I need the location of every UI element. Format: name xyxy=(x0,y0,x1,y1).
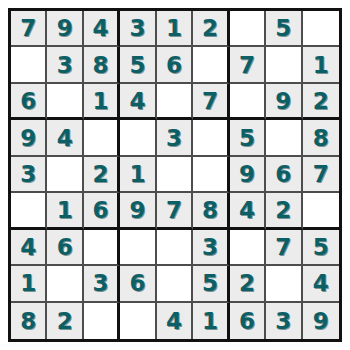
cell-r6c9[interactable] xyxy=(303,193,339,229)
cell-r1c8: 5 xyxy=(266,11,302,47)
cell-r7c5[interactable] xyxy=(157,230,193,266)
cell-r2c7: 7 xyxy=(230,47,266,83)
cell-r1c4: 3 xyxy=(120,11,156,47)
cell-r5c5[interactable] xyxy=(157,157,193,193)
cell-r8c5[interactable] xyxy=(157,266,193,302)
cell-r3c1: 6 xyxy=(11,84,47,120)
cell-r8c8[interactable] xyxy=(266,266,302,302)
cell-r8c9: 4 xyxy=(303,266,339,302)
cell-r8c4: 6 xyxy=(120,266,156,302)
cell-r7c8: 7 xyxy=(266,230,302,266)
cell-r2c3: 8 xyxy=(84,47,120,83)
cell-r8c2[interactable] xyxy=(47,266,83,302)
cell-r3c4: 4 xyxy=(120,84,156,120)
cell-r9c7: 6 xyxy=(230,303,266,339)
cell-r1c6: 2 xyxy=(193,11,229,47)
cell-r9c1: 8 xyxy=(11,303,47,339)
cell-r5c8: 6 xyxy=(266,157,302,193)
cell-r9c2: 2 xyxy=(47,303,83,339)
cell-r7c4[interactable] xyxy=(120,230,156,266)
cell-r4c8[interactable] xyxy=(266,120,302,156)
cell-r4c5: 3 xyxy=(157,120,193,156)
cell-r7c1: 4 xyxy=(11,230,47,266)
cell-r8c7: 2 xyxy=(230,266,266,302)
cell-r5c3: 2 xyxy=(84,157,120,193)
cell-r9c8: 3 xyxy=(266,303,302,339)
cell-r4c4[interactable] xyxy=(120,120,156,156)
cell-r1c1: 7 xyxy=(11,11,47,47)
cell-r2c9: 1 xyxy=(303,47,339,83)
cell-r4c9: 8 xyxy=(303,120,339,156)
cell-r6c6: 8 xyxy=(193,193,229,229)
cell-r1c7[interactable] xyxy=(230,11,266,47)
cell-r4c7: 5 xyxy=(230,120,266,156)
cell-r6c8: 2 xyxy=(266,193,302,229)
cell-r7c9: 5 xyxy=(303,230,339,266)
cell-r3c6: 7 xyxy=(193,84,229,120)
cell-r5c4: 1 xyxy=(120,157,156,193)
cell-r9c5: 4 xyxy=(157,303,193,339)
cell-r9c4[interactable] xyxy=(120,303,156,339)
cell-r3c7[interactable] xyxy=(230,84,266,120)
cell-r7c3[interactable] xyxy=(84,230,120,266)
cell-r3c3: 1 xyxy=(84,84,120,120)
cell-r5c2[interactable] xyxy=(47,157,83,193)
cell-r2c8[interactable] xyxy=(266,47,302,83)
cell-r4c1: 9 xyxy=(11,120,47,156)
sudoku-board: 7943125385671614792943583219671697842463… xyxy=(8,8,342,342)
cell-r6c5: 7 xyxy=(157,193,193,229)
cell-r2c2: 3 xyxy=(47,47,83,83)
cell-r5c9: 7 xyxy=(303,157,339,193)
cell-r8c1: 1 xyxy=(11,266,47,302)
cell-r6c4: 9 xyxy=(120,193,156,229)
cell-r4c2: 4 xyxy=(47,120,83,156)
page: 7943125385671614792943583219671697842463… xyxy=(0,0,350,350)
cell-r2c1[interactable] xyxy=(11,47,47,83)
cell-r2c6[interactable] xyxy=(193,47,229,83)
cell-r7c7[interactable] xyxy=(230,230,266,266)
cell-r3c2[interactable] xyxy=(47,84,83,120)
cell-r5c1: 3 xyxy=(11,157,47,193)
cell-r7c2: 6 xyxy=(47,230,83,266)
cell-r3c5[interactable] xyxy=(157,84,193,120)
cell-r9c9: 9 xyxy=(303,303,339,339)
cell-r1c3: 4 xyxy=(84,11,120,47)
cell-r7c6: 3 xyxy=(193,230,229,266)
cell-r2c4: 5 xyxy=(120,47,156,83)
cell-r6c1[interactable] xyxy=(11,193,47,229)
cell-r8c6: 5 xyxy=(193,266,229,302)
cell-r2c5: 6 xyxy=(157,47,193,83)
cell-r3c8: 9 xyxy=(266,84,302,120)
cell-r9c6: 1 xyxy=(193,303,229,339)
cell-r5c6[interactable] xyxy=(193,157,229,193)
cell-r9c3[interactable] xyxy=(84,303,120,339)
cell-r6c2: 1 xyxy=(47,193,83,229)
cell-r3c9: 2 xyxy=(303,84,339,120)
cell-r1c2: 9 xyxy=(47,11,83,47)
cell-r8c3: 3 xyxy=(84,266,120,302)
cell-r4c3[interactable] xyxy=(84,120,120,156)
cell-r6c3: 6 xyxy=(84,193,120,229)
cell-r6c7: 4 xyxy=(230,193,266,229)
cell-r1c9[interactable] xyxy=(303,11,339,47)
cell-r5c7: 9 xyxy=(230,157,266,193)
cell-r4c6[interactable] xyxy=(193,120,229,156)
cell-r1c5: 1 xyxy=(157,11,193,47)
